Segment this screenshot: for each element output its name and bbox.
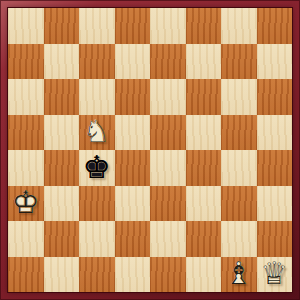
square-e5[interactable] [150, 115, 186, 151]
square-a2[interactable] [8, 221, 44, 257]
white-bishop-outline-glyph: ♗ [225, 258, 253, 289]
square-b4[interactable] [44, 150, 80, 186]
square-g7[interactable] [221, 44, 257, 80]
square-f1[interactable] [186, 257, 222, 293]
square-d4[interactable] [115, 150, 151, 186]
square-a4[interactable] [8, 150, 44, 186]
square-g1[interactable]: ♝♗ [221, 257, 257, 293]
square-a1[interactable] [8, 257, 44, 293]
square-a6[interactable] [8, 79, 44, 115]
square-f5[interactable] [186, 115, 222, 151]
square-g5[interactable] [221, 115, 257, 151]
square-d7[interactable] [115, 44, 151, 80]
square-d1[interactable] [115, 257, 151, 293]
black-king: ♚♔ [79, 150, 115, 186]
white-queen: ♛♕ [257, 257, 293, 293]
square-f3[interactable] [186, 186, 222, 222]
square-d3[interactable] [115, 186, 151, 222]
square-f6[interactable] [186, 79, 222, 115]
square-a7[interactable] [8, 44, 44, 80]
square-b2[interactable] [44, 221, 80, 257]
square-h7[interactable] [257, 44, 293, 80]
black-king-outline-glyph: ♔ [83, 151, 111, 182]
square-h8[interactable] [257, 8, 293, 44]
square-e4[interactable] [150, 150, 186, 186]
square-a8[interactable] [8, 8, 44, 44]
square-h3[interactable] [257, 186, 293, 222]
square-d8[interactable] [115, 8, 151, 44]
square-f8[interactable] [186, 8, 222, 44]
chess-board: ♞♘♚♔♚♔♝♗♛♕ [8, 8, 292, 292]
square-c5[interactable]: ♞♘ [79, 115, 115, 151]
white-knight: ♞♘ [79, 115, 115, 151]
square-a5[interactable] [8, 115, 44, 151]
square-e7[interactable] [150, 44, 186, 80]
square-b3[interactable] [44, 186, 80, 222]
square-g4[interactable] [221, 150, 257, 186]
square-f2[interactable] [186, 221, 222, 257]
square-h5[interactable] [257, 115, 293, 151]
square-c8[interactable] [79, 8, 115, 44]
square-d5[interactable] [115, 115, 151, 151]
square-e8[interactable] [150, 8, 186, 44]
white-king: ♚♔ [8, 186, 44, 222]
square-c7[interactable] [79, 44, 115, 80]
square-a3[interactable]: ♚♔ [8, 186, 44, 222]
chess-board-frame: ♞♘♚♔♚♔♝♗♛♕ [0, 0, 300, 300]
white-bishop: ♝♗ [221, 257, 257, 293]
square-g8[interactable] [221, 8, 257, 44]
white-queen-outline-glyph: ♕ [260, 258, 288, 289]
square-g2[interactable] [221, 221, 257, 257]
square-b8[interactable] [44, 8, 80, 44]
square-e6[interactable] [150, 79, 186, 115]
square-c2[interactable] [79, 221, 115, 257]
square-b6[interactable] [44, 79, 80, 115]
square-c4[interactable]: ♚♔ [79, 150, 115, 186]
square-b1[interactable] [44, 257, 80, 293]
square-h2[interactable] [257, 221, 293, 257]
square-d6[interactable] [115, 79, 151, 115]
square-b5[interactable] [44, 115, 80, 151]
square-f7[interactable] [186, 44, 222, 80]
white-king-outline-glyph: ♔ [12, 187, 40, 218]
square-f4[interactable] [186, 150, 222, 186]
square-h1[interactable]: ♛♕ [257, 257, 293, 293]
square-c1[interactable] [79, 257, 115, 293]
square-c3[interactable] [79, 186, 115, 222]
square-e3[interactable] [150, 186, 186, 222]
square-g6[interactable] [221, 79, 257, 115]
square-d2[interactable] [115, 221, 151, 257]
square-c6[interactable] [79, 79, 115, 115]
white-knight-outline-glyph: ♘ [83, 116, 111, 147]
square-b7[interactable] [44, 44, 80, 80]
square-g3[interactable] [221, 186, 257, 222]
square-h6[interactable] [257, 79, 293, 115]
square-e2[interactable] [150, 221, 186, 257]
square-e1[interactable] [150, 257, 186, 293]
square-h4[interactable] [257, 150, 293, 186]
